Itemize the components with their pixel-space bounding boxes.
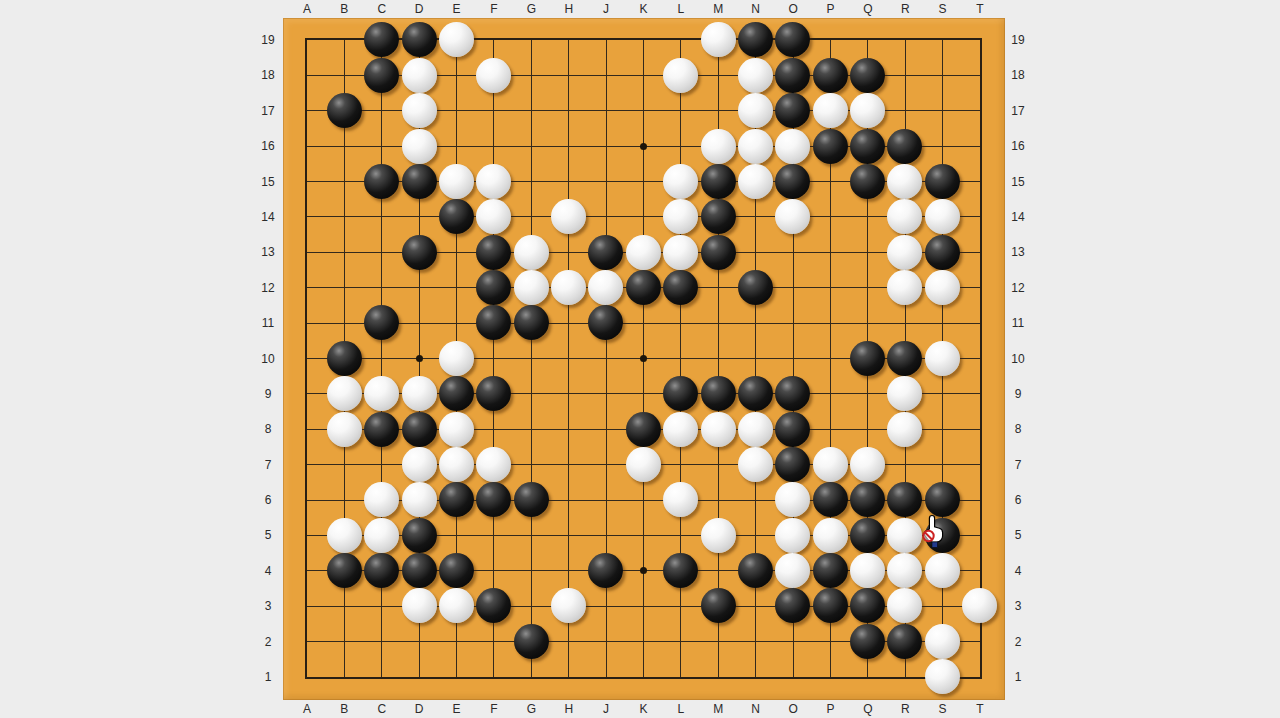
intersection-e19[interactable] (438, 22, 475, 57)
intersection-g7[interactable] (513, 447, 550, 482)
intersection-a2[interactable] (288, 624, 325, 659)
black-stone-e14[interactable] (439, 199, 474, 234)
intersection-c12[interactable] (363, 270, 400, 305)
black-stone-q5[interactable] (850, 518, 885, 553)
intersection-l17[interactable] (662, 93, 699, 128)
white-stone-d9[interactable] (402, 376, 437, 411)
intersection-p7[interactable] (812, 447, 849, 482)
intersection-c19[interactable] (363, 22, 400, 57)
white-stone-f15[interactable] (476, 164, 511, 199)
black-stone-m14[interactable] (701, 199, 736, 234)
intersection-b14[interactable] (326, 199, 363, 234)
intersection-n12[interactable] (737, 270, 774, 305)
black-stone-n4[interactable] (738, 553, 773, 588)
intersection-r18[interactable] (886, 58, 923, 93)
intersection-j9[interactable] (587, 376, 624, 411)
intersection-b12[interactable] (326, 270, 363, 305)
black-stone-b17[interactable] (327, 93, 362, 128)
intersection-f3[interactable] (475, 588, 512, 623)
white-stone-d18[interactable] (402, 58, 437, 93)
white-stone-f7[interactable] (476, 447, 511, 482)
intersection-h7[interactable] (550, 447, 587, 482)
intersection-n5[interactable] (737, 518, 774, 553)
intersection-t17[interactable] (961, 93, 998, 128)
black-stone-o3[interactable] (775, 588, 810, 623)
black-stone-p3[interactable] (813, 588, 848, 623)
intersection-l1[interactable] (662, 659, 699, 694)
black-stone-r10[interactable] (887, 341, 922, 376)
intersection-o8[interactable] (774, 411, 811, 446)
white-stone-d3[interactable] (402, 588, 437, 623)
white-stone-n17[interactable] (738, 93, 773, 128)
intersection-p8[interactable] (812, 411, 849, 446)
intersection-a8[interactable] (288, 411, 325, 446)
intersection-t5[interactable] (961, 518, 998, 553)
intersection-p12[interactable] (812, 270, 849, 305)
intersection-g5[interactable] (513, 518, 550, 553)
intersection-a6[interactable] (288, 482, 325, 517)
intersection-c11[interactable] (363, 305, 400, 340)
intersection-a3[interactable] (288, 588, 325, 623)
intersection-r6[interactable] (886, 482, 923, 517)
intersection-h9[interactable] (550, 376, 587, 411)
intersection-k7[interactable] (625, 447, 662, 482)
intersection-e15[interactable] (438, 164, 475, 199)
intersection-j12[interactable] (587, 270, 624, 305)
white-stone-l15[interactable] (663, 164, 698, 199)
black-stone-p16[interactable] (813, 129, 848, 164)
intersection-e17[interactable] (438, 93, 475, 128)
white-stone-k7[interactable] (626, 447, 661, 482)
intersection-s6[interactable] (924, 482, 961, 517)
intersection-l6[interactable] (662, 482, 699, 517)
intersection-t1[interactable] (961, 659, 998, 694)
intersection-p11[interactable] (812, 305, 849, 340)
white-stone-r5[interactable] (887, 518, 922, 553)
intersection-s7[interactable] (924, 447, 961, 482)
intersection-f18[interactable] (475, 58, 512, 93)
black-stone-s5[interactable] (925, 518, 960, 553)
intersection-o2[interactable] (774, 624, 811, 659)
intersection-m1[interactable] (699, 659, 736, 694)
intersection-e4[interactable] (438, 553, 475, 588)
intersection-m11[interactable] (699, 305, 736, 340)
intersection-n9[interactable] (737, 376, 774, 411)
intersection-t15[interactable] (961, 164, 998, 199)
intersection-j15[interactable] (587, 164, 624, 199)
white-stone-s12[interactable] (925, 270, 960, 305)
black-stone-r2[interactable] (887, 624, 922, 659)
intersection-r1[interactable] (886, 659, 923, 694)
intersection-b5[interactable] (326, 518, 363, 553)
intersection-e14[interactable] (438, 199, 475, 234)
intersection-o9[interactable] (774, 376, 811, 411)
white-stone-r3[interactable] (887, 588, 922, 623)
intersection-r10[interactable] (886, 341, 923, 376)
intersection-c1[interactable] (363, 659, 400, 694)
white-stone-q4[interactable] (850, 553, 885, 588)
intersection-c17[interactable] (363, 93, 400, 128)
intersection-q11[interactable] (849, 305, 886, 340)
intersection-t8[interactable] (961, 411, 998, 446)
intersection-e11[interactable] (438, 305, 475, 340)
black-stone-d4[interactable] (402, 553, 437, 588)
intersection-d15[interactable] (400, 164, 437, 199)
intersection-l9[interactable] (662, 376, 699, 411)
intersection-o13[interactable] (774, 235, 811, 270)
intersection-o15[interactable] (774, 164, 811, 199)
intersection-j11[interactable] (587, 305, 624, 340)
intersection-q10[interactable] (849, 341, 886, 376)
intersection-f17[interactable] (475, 93, 512, 128)
black-stone-n9[interactable] (738, 376, 773, 411)
intersection-d16[interactable] (400, 128, 437, 163)
white-stone-s4[interactable] (925, 553, 960, 588)
intersection-g3[interactable] (513, 588, 550, 623)
black-stone-o18[interactable] (775, 58, 810, 93)
white-stone-l18[interactable] (663, 58, 698, 93)
intersection-f8[interactable] (475, 411, 512, 446)
intersection-k10[interactable] (625, 341, 662, 376)
intersection-k5[interactable] (625, 518, 662, 553)
intersection-c16[interactable] (363, 128, 400, 163)
white-stone-s14[interactable] (925, 199, 960, 234)
white-stone-e15[interactable] (439, 164, 474, 199)
intersection-n15[interactable] (737, 164, 774, 199)
intersection-a1[interactable] (288, 659, 325, 694)
intersection-n18[interactable] (737, 58, 774, 93)
black-stone-q10[interactable] (850, 341, 885, 376)
intersection-o11[interactable] (774, 305, 811, 340)
intersection-t16[interactable] (961, 128, 998, 163)
intersection-r8[interactable] (886, 411, 923, 446)
intersection-b16[interactable] (326, 128, 363, 163)
intersection-m19[interactable] (699, 22, 736, 57)
intersection-l2[interactable] (662, 624, 699, 659)
black-stone-b4[interactable] (327, 553, 362, 588)
black-stone-m3[interactable] (701, 588, 736, 623)
intersection-l15[interactable] (662, 164, 699, 199)
intersection-t11[interactable] (961, 305, 998, 340)
intersection-f19[interactable] (475, 22, 512, 57)
intersection-h11[interactable] (550, 305, 587, 340)
intersection-q7[interactable] (849, 447, 886, 482)
intersection-s13[interactable] (924, 235, 961, 270)
intersection-g15[interactable] (513, 164, 550, 199)
intersection-c3[interactable] (363, 588, 400, 623)
black-stone-k12[interactable] (626, 270, 661, 305)
intersection-n17[interactable] (737, 93, 774, 128)
intersection-m14[interactable] (699, 199, 736, 234)
white-stone-e19[interactable] (439, 22, 474, 57)
intersection-r16[interactable] (886, 128, 923, 163)
white-stone-c6[interactable] (364, 482, 399, 517)
intersection-h14[interactable] (550, 199, 587, 234)
intersection-n10[interactable] (737, 341, 774, 376)
black-stone-j4[interactable] (588, 553, 623, 588)
white-stone-n8[interactable] (738, 412, 773, 447)
intersection-b3[interactable] (326, 588, 363, 623)
intersection-f5[interactable] (475, 518, 512, 553)
intersection-j2[interactable] (587, 624, 624, 659)
white-stone-o14[interactable] (775, 199, 810, 234)
intersection-m9[interactable] (699, 376, 736, 411)
intersection-s14[interactable] (924, 199, 961, 234)
intersection-q9[interactable] (849, 376, 886, 411)
intersection-k6[interactable] (625, 482, 662, 517)
black-stone-q2[interactable] (850, 624, 885, 659)
black-stone-d13[interactable] (402, 235, 437, 270)
intersection-r17[interactable] (886, 93, 923, 128)
intersection-f6[interactable] (475, 482, 512, 517)
intersection-s5[interactable] (924, 518, 961, 553)
intersection-a7[interactable] (288, 447, 325, 482)
intersection-f10[interactable] (475, 341, 512, 376)
intersection-s9[interactable] (924, 376, 961, 411)
intersection-j8[interactable] (587, 411, 624, 446)
white-stone-l8[interactable] (663, 412, 698, 447)
intersection-h8[interactable] (550, 411, 587, 446)
intersection-e12[interactable] (438, 270, 475, 305)
white-stone-j12[interactable] (588, 270, 623, 305)
intersection-e5[interactable] (438, 518, 475, 553)
white-stone-n18[interactable] (738, 58, 773, 93)
intersection-b2[interactable] (326, 624, 363, 659)
black-stone-k8[interactable] (626, 412, 661, 447)
intersection-h3[interactable] (550, 588, 587, 623)
black-stone-p6[interactable] (813, 482, 848, 517)
black-stone-o9[interactable] (775, 376, 810, 411)
intersection-d18[interactable] (400, 58, 437, 93)
intersection-g14[interactable] (513, 199, 550, 234)
intersection-m16[interactable] (699, 128, 736, 163)
intersection-p5[interactable] (812, 518, 849, 553)
intersection-l5[interactable] (662, 518, 699, 553)
intersection-q6[interactable] (849, 482, 886, 517)
intersection-g18[interactable] (513, 58, 550, 93)
intersection-d4[interactable] (400, 553, 437, 588)
intersection-g8[interactable] (513, 411, 550, 446)
black-stone-g2[interactable] (514, 624, 549, 659)
intersection-j3[interactable] (587, 588, 624, 623)
black-stone-j11[interactable] (588, 305, 623, 340)
intersection-j7[interactable] (587, 447, 624, 482)
intersection-n2[interactable] (737, 624, 774, 659)
intersection-r4[interactable] (886, 553, 923, 588)
white-stone-n15[interactable] (738, 164, 773, 199)
intersection-d8[interactable] (400, 411, 437, 446)
intersection-m3[interactable] (699, 588, 736, 623)
intersection-q8[interactable] (849, 411, 886, 446)
intersection-f13[interactable] (475, 235, 512, 270)
intersection-a5[interactable] (288, 518, 325, 553)
intersection-n6[interactable] (737, 482, 774, 517)
intersection-p4[interactable] (812, 553, 849, 588)
black-stone-p18[interactable] (813, 58, 848, 93)
intersection-c18[interactable] (363, 58, 400, 93)
intersection-o18[interactable] (774, 58, 811, 93)
intersection-b13[interactable] (326, 235, 363, 270)
white-stone-o16[interactable] (775, 129, 810, 164)
intersection-r2[interactable] (886, 624, 923, 659)
intersection-n19[interactable] (737, 22, 774, 57)
intersection-n16[interactable] (737, 128, 774, 163)
intersection-a16[interactable] (288, 128, 325, 163)
black-stone-n19[interactable] (738, 22, 773, 57)
intersection-o10[interactable] (774, 341, 811, 376)
intersection-j19[interactable] (587, 22, 624, 57)
intersection-k9[interactable] (625, 376, 662, 411)
black-stone-f6[interactable] (476, 482, 511, 517)
intersection-m12[interactable] (699, 270, 736, 305)
intersection-n1[interactable] (737, 659, 774, 694)
intersection-j14[interactable] (587, 199, 624, 234)
intersection-o17[interactable] (774, 93, 811, 128)
intersection-h17[interactable] (550, 93, 587, 128)
white-stone-d6[interactable] (402, 482, 437, 517)
intersection-c8[interactable] (363, 411, 400, 446)
intersection-n13[interactable] (737, 235, 774, 270)
white-stone-r8[interactable] (887, 412, 922, 447)
intersection-b4[interactable] (326, 553, 363, 588)
intersection-g12[interactable] (513, 270, 550, 305)
white-stone-p5[interactable] (813, 518, 848, 553)
intersection-l16[interactable] (662, 128, 699, 163)
white-stone-c5[interactable] (364, 518, 399, 553)
white-stone-q17[interactable] (850, 93, 885, 128)
intersection-t3[interactable] (961, 588, 998, 623)
intersection-d1[interactable] (400, 659, 437, 694)
intersection-s1[interactable] (924, 659, 961, 694)
intersection-j17[interactable] (587, 93, 624, 128)
intersection-c9[interactable] (363, 376, 400, 411)
white-stone-b9[interactable] (327, 376, 362, 411)
white-stone-l6[interactable] (663, 482, 698, 517)
intersection-b8[interactable] (326, 411, 363, 446)
intersection-b1[interactable] (326, 659, 363, 694)
intersection-e6[interactable] (438, 482, 475, 517)
intersection-k4[interactable] (625, 553, 662, 588)
intersection-b18[interactable] (326, 58, 363, 93)
intersection-t6[interactable] (961, 482, 998, 517)
intersection-r7[interactable] (886, 447, 923, 482)
black-stone-c18[interactable] (364, 58, 399, 93)
black-stone-g6[interactable] (514, 482, 549, 517)
intersection-d17[interactable] (400, 93, 437, 128)
intersection-b9[interactable] (326, 376, 363, 411)
black-stone-l4[interactable] (663, 553, 698, 588)
intersection-q17[interactable] (849, 93, 886, 128)
intersection-t7[interactable] (961, 447, 998, 482)
intersection-p9[interactable] (812, 376, 849, 411)
white-stone-r9[interactable] (887, 376, 922, 411)
white-stone-p7[interactable] (813, 447, 848, 482)
intersection-q4[interactable] (849, 553, 886, 588)
white-stone-e8[interactable] (439, 412, 474, 447)
intersection-t12[interactable] (961, 270, 998, 305)
black-stone-m9[interactable] (701, 376, 736, 411)
intersection-q19[interactable] (849, 22, 886, 57)
intersection-h15[interactable] (550, 164, 587, 199)
intersection-f4[interactable] (475, 553, 512, 588)
intersection-o5[interactable] (774, 518, 811, 553)
white-stone-p17[interactable] (813, 93, 848, 128)
intersection-j16[interactable] (587, 128, 624, 163)
intersection-o1[interactable] (774, 659, 811, 694)
intersection-s12[interactable] (924, 270, 961, 305)
black-stone-c15[interactable] (364, 164, 399, 199)
intersection-c4[interactable] (363, 553, 400, 588)
intersection-a18[interactable] (288, 58, 325, 93)
intersection-f16[interactable] (475, 128, 512, 163)
intersection-s19[interactable] (924, 22, 961, 57)
intersection-b15[interactable] (326, 164, 363, 199)
intersection-p10[interactable] (812, 341, 849, 376)
white-stone-n16[interactable] (738, 129, 773, 164)
black-stone-q18[interactable] (850, 58, 885, 93)
black-stone-f11[interactable] (476, 305, 511, 340)
intersection-m13[interactable] (699, 235, 736, 270)
intersection-r15[interactable] (886, 164, 923, 199)
intersection-s10[interactable] (924, 341, 961, 376)
intersection-a13[interactable] (288, 235, 325, 270)
intersection-g17[interactable] (513, 93, 550, 128)
intersection-j6[interactable] (587, 482, 624, 517)
black-stone-o8[interactable] (775, 412, 810, 447)
intersection-b17[interactable] (326, 93, 363, 128)
black-stone-d5[interactable] (402, 518, 437, 553)
intersection-p13[interactable] (812, 235, 849, 270)
black-stone-q6[interactable] (850, 482, 885, 517)
intersection-k14[interactable] (625, 199, 662, 234)
white-stone-g13[interactable] (514, 235, 549, 270)
black-stone-c11[interactable] (364, 305, 399, 340)
intersection-k12[interactable] (625, 270, 662, 305)
intersection-f11[interactable] (475, 305, 512, 340)
intersection-m4[interactable] (699, 553, 736, 588)
white-stone-l13[interactable] (663, 235, 698, 270)
intersection-d10[interactable] (400, 341, 437, 376)
intersection-o16[interactable] (774, 128, 811, 163)
black-stone-d19[interactable] (402, 22, 437, 57)
intersection-t14[interactable] (961, 199, 998, 234)
intersection-q14[interactable] (849, 199, 886, 234)
white-stone-m19[interactable] (701, 22, 736, 57)
intersection-a14[interactable] (288, 199, 325, 234)
intersection-b19[interactable] (326, 22, 363, 57)
white-stone-r13[interactable] (887, 235, 922, 270)
intersection-o12[interactable] (774, 270, 811, 305)
intersection-t13[interactable] (961, 235, 998, 270)
black-stone-p4[interactable] (813, 553, 848, 588)
intersection-q3[interactable] (849, 588, 886, 623)
intersection-t4[interactable] (961, 553, 998, 588)
intersection-s17[interactable] (924, 93, 961, 128)
white-stone-d16[interactable] (402, 129, 437, 164)
intersection-e10[interactable] (438, 341, 475, 376)
intersection-e9[interactable] (438, 376, 475, 411)
black-stone-b10[interactable] (327, 341, 362, 376)
white-stone-e7[interactable] (439, 447, 474, 482)
intersection-e2[interactable] (438, 624, 475, 659)
intersection-c5[interactable] (363, 518, 400, 553)
intersection-e3[interactable] (438, 588, 475, 623)
intersection-j1[interactable] (587, 659, 624, 694)
intersection-m7[interactable] (699, 447, 736, 482)
black-stone-c19[interactable] (364, 22, 399, 57)
black-stone-c8[interactable] (364, 412, 399, 447)
intersection-n11[interactable] (737, 305, 774, 340)
